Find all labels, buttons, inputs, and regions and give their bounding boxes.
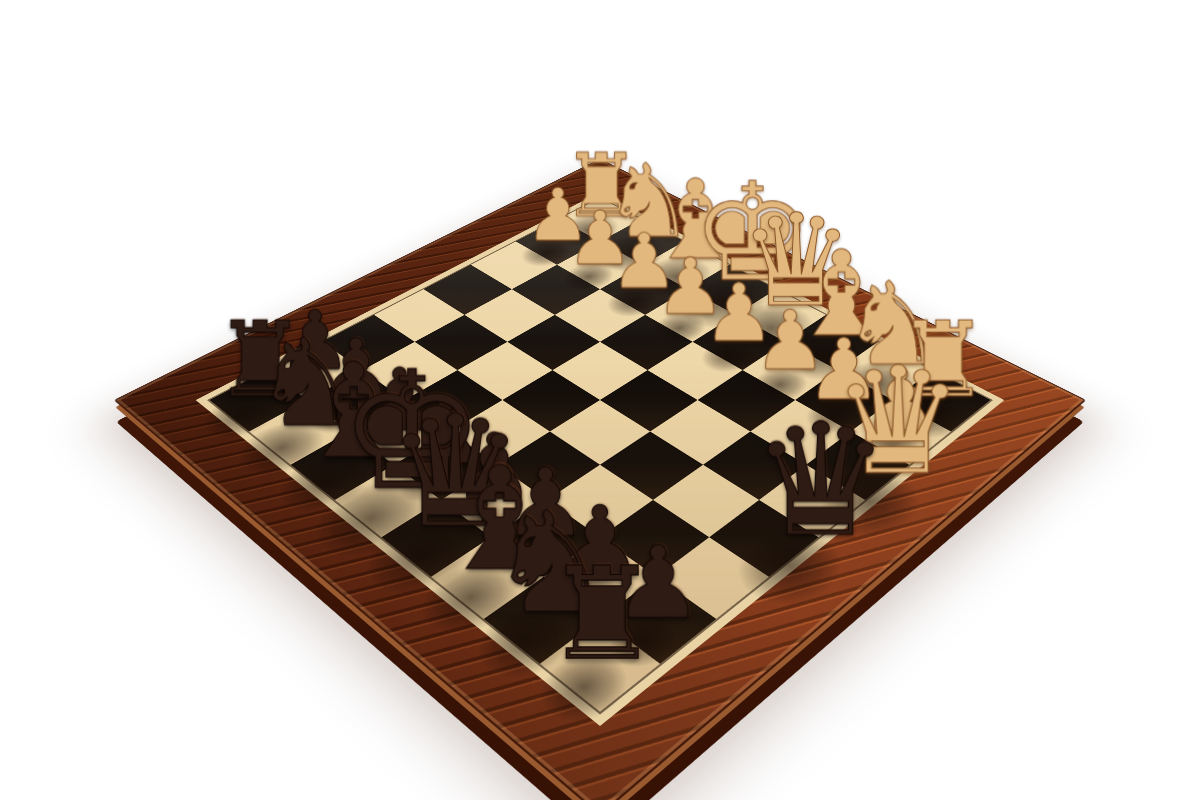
pieces-layer: ♜♞♝♛♚♝♞♜♟♟♟♟♟♟♟♟♟♟♟♟♟♟♟♟♜♞♝♛♚♝♞♜♛♛ xyxy=(116,160,1083,800)
chess-set-photo: ♜♞♝♛♚♝♞♜♟♟♟♟♟♟♟♟♟♟♟♟♟♟♟♟♜♞♝♛♚♝♞♜♛♛ xyxy=(0,0,1200,800)
spare-black-queen-a5: ♛ xyxy=(751,404,852,560)
chess-board: ♜♞♝♛♚♝♞♜♟♟♟♟♟♟♟♟♟♟♟♟♟♟♟♟♜♞♝♛♚♝♞♜♛♛ xyxy=(116,160,1083,800)
piece-black-rook-a8: ♜ xyxy=(545,551,656,679)
scene: ♜♞♝♛♚♝♞♜♟♟♟♟♟♟♟♟♟♟♟♟♟♟♟♟♜♞♝♛♚♝♞♜♛♛ xyxy=(0,0,1200,800)
